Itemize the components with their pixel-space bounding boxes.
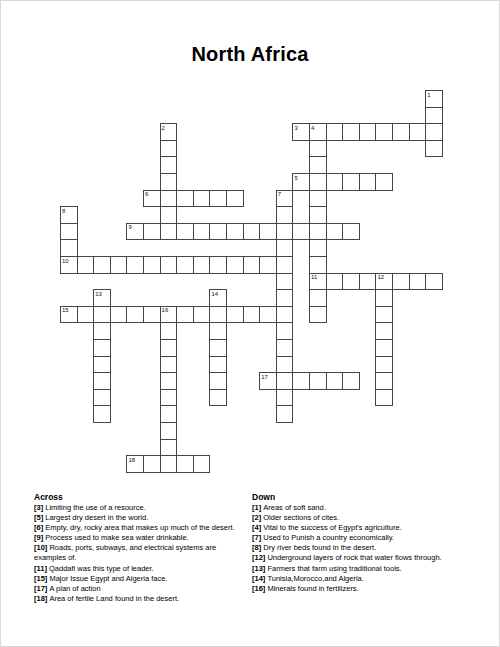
grid-cell[interactable] [359,273,377,291]
grid-cell[interactable] [425,273,443,291]
grid-cell[interactable] [276,339,294,357]
grid-cell[interactable] [160,339,178,357]
grid-cell[interactable] [276,256,294,274]
grid-cell[interactable] [193,455,211,473]
grid-cell[interactable] [276,223,294,241]
grid-cell[interactable] [276,306,294,324]
grid-cell[interactable] [342,372,360,390]
clue-item-number: [9] [34,533,45,542]
grid-cell[interactable] [193,223,211,241]
grid-cell[interactable] [375,322,393,340]
grid-cell[interactable] [359,123,377,141]
grid-cell[interactable] [359,173,377,191]
grid-cell[interactable] [160,156,178,174]
clue-item-down-4: [4] Vital to the success of Egypt's agri… [252,523,464,533]
grid-cell[interactable] [226,306,244,324]
clue-number: 7 [278,191,281,197]
grid-cell[interactable] [126,256,144,274]
grid-cell[interactable] [375,389,393,407]
grid-cell[interactable] [209,190,227,208]
grid-cell[interactable] [309,306,327,324]
grid-cell[interactable] [292,223,310,241]
grid-cell[interactable] [342,123,360,141]
clue-number: 3 [294,125,297,131]
grid-cell[interactable]: 5 [292,173,310,191]
clue-item-number: [5] [34,513,45,522]
grid-cell[interactable] [143,455,161,473]
clue-item-number: [1] [252,503,263,512]
clue-item-down-13: [13] Farmers that farm using traditional… [252,564,464,574]
grid-cell[interactable] [276,322,294,340]
grid-cell[interactable] [160,422,178,440]
grid-cell[interactable] [392,273,410,291]
grid-cell[interactable] [77,256,95,274]
grid-cell[interactable] [276,356,294,374]
grid-cell[interactable] [375,356,393,374]
clue-number: 15 [62,307,69,313]
grid-cell[interactable]: 3 [292,123,310,141]
grid-cell[interactable] [276,273,294,291]
clue-item-down-16: [16] Minerals found in fertilizers. [252,584,464,594]
grid-cell[interactable] [209,339,227,357]
grid-cell[interactable] [276,239,294,257]
grid-cell[interactable] [176,256,194,274]
grid-cell[interactable] [209,256,227,274]
grid-cell[interactable] [326,123,344,141]
clues-section: Across [3] Limiting the use of a resourc… [34,492,464,604]
grid-cell[interactable] [392,123,410,141]
grid-cell[interactable] [143,306,161,324]
grid-cell[interactable] [93,405,111,423]
grid-cell[interactable]: 9 [126,223,144,241]
grid-cell[interactable] [276,289,294,307]
grid-cell[interactable] [160,190,178,208]
clue-number: 14 [211,291,218,297]
grid-cell[interactable] [243,223,261,241]
grid-cell[interactable] [176,190,194,208]
clue-item-down-12: [12] Underground layers of rock that wat… [252,553,464,563]
crossword-page: North Africa 123456789101112131415161718… [0,0,500,647]
grid-cell[interactable] [160,455,178,473]
grid-cell[interactable] [375,306,393,324]
clue-item-across-11: [11] Qaddafi was this type of leader. [34,564,241,574]
grid-cell[interactable] [309,156,327,174]
clue-number: 9 [128,224,131,230]
grid-cell[interactable] [93,356,111,374]
clue-number: 17 [261,374,268,380]
grid-cell[interactable]: 7 [276,190,294,208]
grid-cell[interactable] [425,123,443,141]
clue-number: 4 [311,125,314,131]
clue-number: 16 [162,307,169,313]
clue-number: 5 [294,175,297,181]
clue-item-number: [8] [252,543,263,552]
grid-cell[interactable] [326,173,344,191]
clue-item-number: [15] [34,574,49,583]
grid-cell[interactable] [375,289,393,307]
grid-cell[interactable] [93,306,111,324]
grid-cell[interactable]: 16 [160,306,178,324]
grid-cell[interactable] [160,356,178,374]
clue-item-across-18: [18] Area of fertile Land found in the d… [34,594,241,604]
clue-item-across-10: [10] Roads, ports, subways, and electric… [34,543,241,563]
grid-cell[interactable] [209,372,227,390]
grid-cell[interactable] [176,223,194,241]
grid-cell[interactable] [309,372,327,390]
clue-item-number: [16] [252,584,267,593]
grid-cell[interactable] [93,322,111,340]
clue-item-number: [11] [34,564,49,573]
grid-cell[interactable] [77,306,95,324]
grid-cell[interactable]: 17 [259,372,277,390]
clue-number: 2 [162,125,165,131]
grid-cell[interactable] [309,289,327,307]
grid-cell[interactable] [309,190,327,208]
grid-cell[interactable] [409,123,427,141]
down-clues-column: Down [1] Areas of soft sand.[2] Older se… [252,492,464,604]
across-heading: Across [34,492,241,503]
grid-cell[interactable] [425,140,443,158]
clue-number: 13 [95,291,102,297]
clue-number: 11 [311,274,317,280]
grid-cell[interactable] [160,372,178,390]
clue-number: 12 [377,274,384,280]
grid-cell[interactable] [160,322,178,340]
grid-cell[interactable]: 13 [93,289,111,307]
clue-item-number: [18] [34,594,49,603]
grid-cell[interactable] [326,372,344,390]
clue-item-number: [10] [34,543,49,552]
grid-cell[interactable]: 12 [375,273,393,291]
grid-cell[interactable] [160,140,178,158]
grid-cell[interactable] [375,339,393,357]
clue-item-down-1: [1] Areas of soft sand. [252,503,464,513]
clue-item-number: [13] [252,564,267,573]
grid-cell[interactable] [375,173,393,191]
clue-number: 6 [145,191,148,197]
grid-cell[interactable] [309,256,327,274]
grid-cell[interactable] [209,389,227,407]
clue-item-number: [14] [252,574,267,583]
grid-cell[interactable] [60,239,78,257]
grid-cell[interactable] [409,273,427,291]
clue-item-number: [2] [252,513,263,522]
grid-cell[interactable] [193,190,211,208]
grid-cell[interactable] [243,256,261,274]
grid-cell[interactable]: 15 [60,306,78,324]
clue-item-across-6: [6] Empty, dry, rocky area that makes up… [34,523,241,533]
grid-cell[interactable]: 1 [425,90,443,108]
grid-cell[interactable]: 14 [209,289,227,307]
grid-cell[interactable] [110,306,128,324]
grid-cell[interactable] [309,173,327,191]
grid-cell[interactable] [342,273,360,291]
grid-cell[interactable] [176,455,194,473]
grid-cell[interactable] [425,107,443,125]
clue-item-across-5: [5] Largest dry desert in the world. [34,513,241,523]
clue-item-number: [17] [34,584,49,593]
grid-cell[interactable]: 11 [309,273,327,291]
grid-cell[interactable] [143,223,161,241]
grid-cell[interactable] [309,140,327,158]
clue-item-across-15: [15] Major Issue Egypt and Algeria face. [34,574,241,584]
clue-number: 10 [62,258,69,264]
grid-cell[interactable] [259,256,277,274]
grid-cell[interactable] [93,372,111,390]
grid-cell[interactable] [309,239,327,257]
grid-cell[interactable] [160,223,178,241]
clue-item-across-3: [3] Limiting the use of a resource. [34,503,241,513]
grid-cell[interactable] [276,206,294,224]
grid-cell[interactable] [292,372,310,390]
grid-cell[interactable] [259,306,277,324]
grid-cell[interactable]: 18 [126,455,144,473]
grid-cell[interactable] [375,123,393,141]
grid-cell[interactable] [342,223,360,241]
grid-cell[interactable] [160,173,178,191]
grid-cell[interactable]: 6 [143,190,161,208]
clue-item-number: [6] [34,523,45,532]
grid-cell[interactable] [226,190,244,208]
grid-cell[interactable] [209,356,227,374]
down-heading: Down [252,492,464,503]
clue-number: 18 [128,457,135,463]
across-clues-column: Across [3] Limiting the use of a resourc… [34,492,252,604]
clue-number: 8 [62,208,65,214]
grid-cell[interactable]: 4 [309,123,327,141]
grid-cell[interactable] [375,372,393,390]
grid-cell[interactable] [110,256,128,274]
clue-item-down-8: [8] Dry river beds found in the desert. [252,543,464,553]
grid-cell[interactable] [326,223,344,241]
clue-item-down-2: [2] Older sections of cites. [252,513,464,523]
grid-cell[interactable] [193,306,211,324]
grid-cell[interactable] [276,372,294,390]
grid-cell[interactable] [309,223,327,241]
grid-cell[interactable] [93,256,111,274]
grid-cell[interactable] [309,206,327,224]
clue-number: 1 [427,92,430,98]
clue-item-across-9: [9] Process used to make sea water drink… [34,533,241,543]
grid-cell[interactable] [276,405,294,423]
grid-cell[interactable] [326,273,344,291]
grid-cell[interactable] [259,223,277,241]
clue-item-number: [3] [34,503,45,512]
grid-cell[interactable] [176,306,194,324]
grid-cell[interactable] [209,306,227,324]
grid-cell[interactable] [193,256,211,274]
grid-cell[interactable] [160,206,178,224]
grid-cell[interactable] [209,322,227,340]
grid-cell[interactable] [276,389,294,407]
clue-item-down-14: [14] Tunisia,Morocco,and Algeria. [252,574,464,584]
clue-item-across-17: [17] A plan of action [34,584,241,594]
clue-list-down: [1] Areas of soft sand.[2] Older section… [252,503,464,594]
grid-cell[interactable] [160,405,178,423]
grid-cell[interactable]: 8 [60,206,78,224]
grid-cell[interactable] [160,439,178,457]
clue-item-number: [7] [252,533,263,542]
grid-cell[interactable] [160,256,178,274]
clue-list-across: [3] Limiting the use of a resource.[5] L… [34,503,241,604]
grid-cell[interactable] [226,256,244,274]
grid-cell[interactable] [209,223,227,241]
clue-item-down-7: [7] Used to Punish a country economicall… [252,533,464,543]
grid-cell[interactable] [143,256,161,274]
grid-cell[interactable]: 10 [60,256,78,274]
grid-cell[interactable] [160,389,178,407]
grid-cell[interactable] [126,306,144,324]
grid-cell[interactable] [342,173,360,191]
grid-cell[interactable] [93,389,111,407]
grid-cell[interactable] [60,223,78,241]
grid-cell[interactable] [93,339,111,357]
grid-cell[interactable] [243,306,261,324]
grid-cell[interactable] [226,223,244,241]
clue-item-number: [4] [252,523,263,532]
grid-cell[interactable]: 2 [160,123,178,141]
clue-item-number: [12] [252,553,267,562]
